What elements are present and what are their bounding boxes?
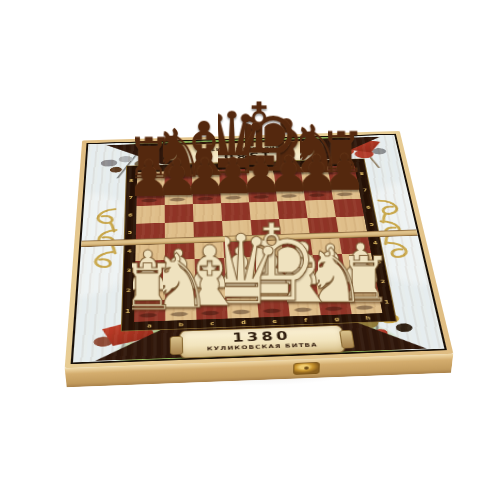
piece-light-rook[interactable]: ♜ [132,254,163,318]
coord-label: g [302,160,324,166]
coord-label: d [221,163,243,169]
coord-label: 8 [127,174,136,188]
coord-label: 6 [125,208,135,223]
piece-dark-pawn[interactable]: ♟ [135,153,163,203]
product-photo-stage: 87654321 87654321 abcdefgh abcdefgh 1380… [0,0,500,500]
chess-box: 87654321 87654321 abcdefgh abcdefgh 1380… [65,131,454,368]
scene-3d: 87654321 87654321 abcdefgh abcdefgh 1380… [0,0,500,500]
clasp-pin-icon [304,366,309,369]
coord-label: a [140,165,162,171]
coord-label: b [167,165,189,171]
coord-label: h [329,159,351,165]
coord-label: f [275,161,297,167]
box-clasp[interactable] [293,362,320,375]
coord-label: 7 [126,191,136,205]
coord-label: e [248,162,270,168]
coord-label: c [194,164,216,170]
